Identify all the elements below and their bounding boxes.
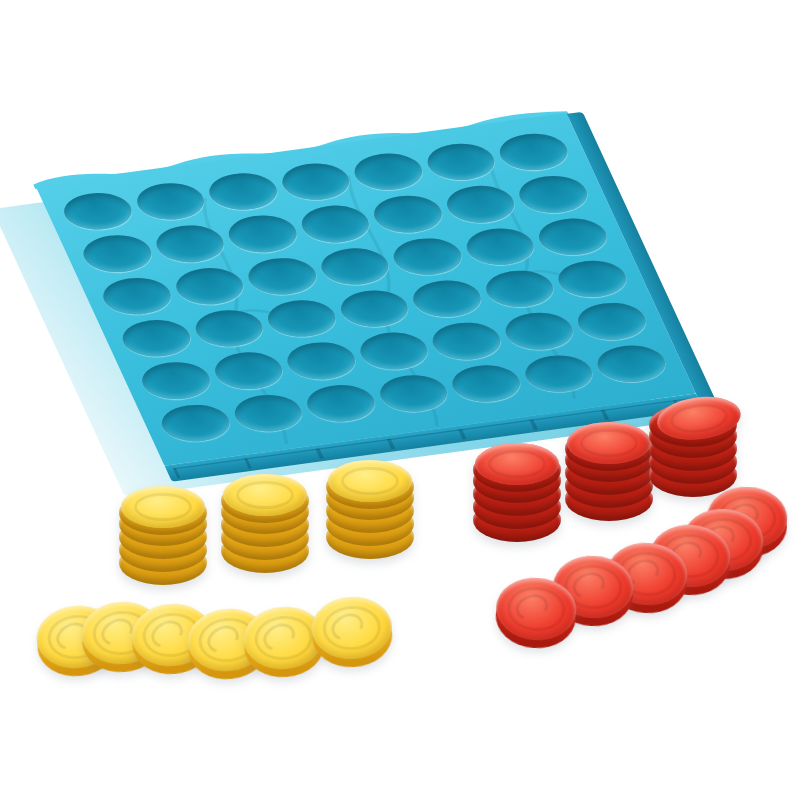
- hole-c3-r4: [261, 296, 342, 340]
- hole-c4-r6: [373, 371, 455, 415]
- hole-c2-r2: [149, 222, 231, 266]
- hole-c5-r5: [426, 319, 507, 363]
- yellow-stack-2-top-face: [223, 474, 307, 516]
- hole-c7-r3: [532, 215, 613, 259]
- hole-c5-r4: [406, 277, 487, 321]
- hole-c1-r1: [57, 189, 138, 233]
- hole-c4-r5: [353, 329, 435, 373]
- hole-c4-r4: [334, 287, 416, 331]
- hole-c3-r1: [202, 170, 283, 214]
- hole-c1-r3: [96, 274, 177, 318]
- hole-c4-r1: [275, 160, 357, 204]
- yellow-disc-stack-2: [221, 477, 309, 573]
- yellow-disc-stack-1: [119, 489, 207, 585]
- hole-c7-r1: [493, 130, 574, 174]
- hole-c1-r4: [116, 316, 197, 360]
- hole-c5-r2: [367, 192, 448, 236]
- red-stack-1-top-face: [475, 443, 559, 485]
- hole-c6-r5: [498, 309, 580, 353]
- yellow-stack-1-top-face: [121, 486, 205, 528]
- hole-c1-r2: [76, 232, 157, 276]
- hole-c5-r6: [445, 361, 526, 405]
- hole-c2-r1: [130, 179, 212, 223]
- hole-c4-r2: [295, 202, 377, 246]
- hole-c1-r5: [135, 359, 216, 403]
- red-disc-stack-3: [649, 401, 737, 497]
- hole-c6-r3: [459, 224, 541, 268]
- red-disc-stack-1: [473, 446, 561, 542]
- hole-c3-r2: [222, 212, 303, 256]
- hole-c2-r4: [188, 306, 270, 350]
- hole-c7-r4: [552, 257, 633, 301]
- hole-c7-r6: [591, 341, 672, 385]
- product-photo-stage: [0, 0, 800, 800]
- hole-c6-r4: [479, 267, 561, 311]
- hole-c3-r3: [241, 254, 322, 298]
- hole-c6-r6: [518, 351, 600, 395]
- hole-c3-r5: [280, 339, 361, 383]
- hole-c3-r6: [300, 381, 381, 425]
- yellow-stack-3-top-face: [328, 460, 412, 502]
- hole-c5-r1: [348, 150, 429, 194]
- hole-c2-r6: [227, 391, 309, 435]
- hole-c2-r3: [169, 264, 251, 308]
- red-stack-2-top-face: [567, 422, 651, 464]
- hole-c7-r2: [513, 172, 594, 216]
- hole-c6-r1: [420, 140, 502, 184]
- yellow-disc-loose-6: [310, 595, 394, 669]
- hole-c6-r2: [440, 182, 522, 226]
- hole-c5-r3: [387, 234, 468, 278]
- hole-c7-r5: [571, 299, 652, 343]
- hole-c2-r5: [208, 349, 290, 393]
- red-disc-stack-2: [565, 425, 653, 521]
- hole-c1-r6: [155, 401, 236, 445]
- hole-c4-r3: [314, 244, 396, 288]
- yellow-disc-stack-3: [326, 463, 414, 559]
- red-disc-loose-1: [494, 575, 579, 650]
